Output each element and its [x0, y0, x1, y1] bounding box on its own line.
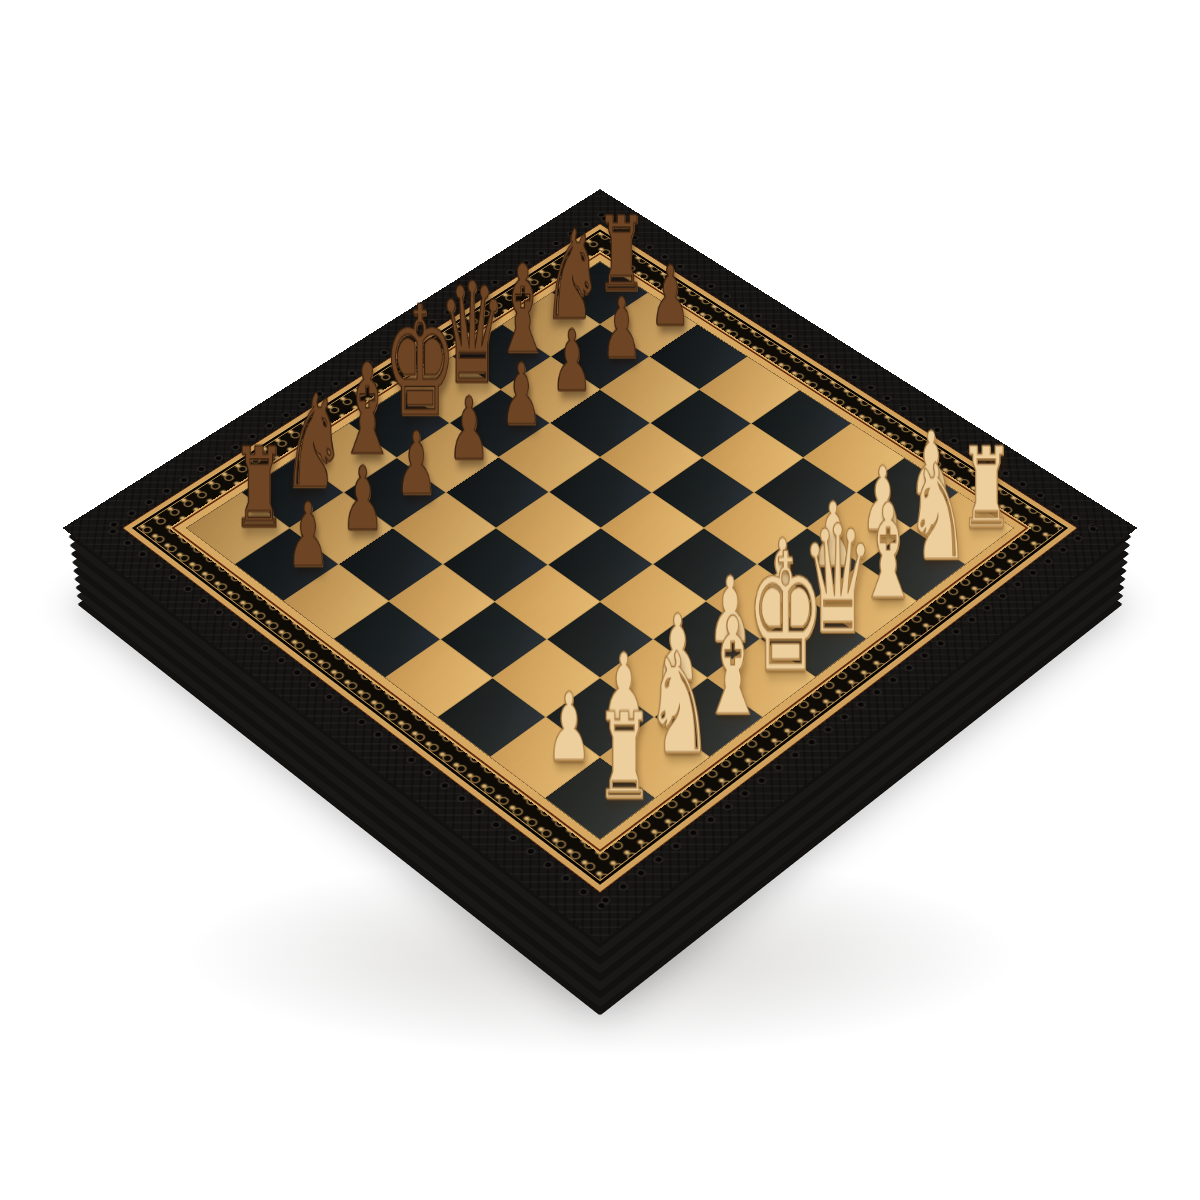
black-pawn-d7[interactable]: ♟	[449, 386, 491, 473]
black-pawn-h7[interactable]: ♟	[651, 255, 691, 338]
white-knight-b1[interactable]: ♞	[646, 635, 713, 774]
board-box: ♜♞♝♚♛♝♞♜♟♟♟♟♟♟♟♟♟♟♟♟♟♟♟♟♜♞♝♚♛♝♞♜	[63, 189, 1138, 943]
outer-tan-line: ♜♞♝♚♛♝♞♜♟♟♟♟♟♟♟♟♟♟♟♟♟♟♟♟♜♞♝♚♛♝♞♜	[122, 224, 1078, 894]
chess-set-photo: ♜♞♝♚♛♝♞♜♟♟♟♟♟♟♟♟♟♟♟♟♟♟♟♟♜♞♝♚♛♝♞♜	[0, 0, 1200, 1200]
square-h5[interactable]	[700, 357, 798, 423]
square-f5[interactable]	[601, 424, 701, 492]
square-a8[interactable]: ♜	[187, 493, 289, 564]
black-rook-a8[interactable]: ♜	[233, 433, 286, 544]
black-pawn-f7[interactable]: ♟	[552, 319, 593, 404]
white-rook-a1[interactable]: ♜	[596, 697, 653, 816]
gold-filigree-band: ♜♞♝♚♛♝♞♜♟♟♟♟♟♟♟♟♟♟♟♟♟♟♟♟♜♞♝♚♛♝♞♜	[129, 228, 1071, 888]
black-pawn-b7[interactable]: ♟	[342, 455, 384, 543]
carved-rim: ♜♞♝♚♛♝♞♜♟♟♟♟♟♟♟♟♟♟♟♟♟♟♟♟♜♞♝♚♛♝♞♜	[63, 189, 1138, 943]
board-top-face: ♜♞♝♚♛♝♞♜♟♟♟♟♟♟♟♟♟♟♟♟♟♟♟♟♜♞♝♚♛♝♞♜	[63, 189, 1138, 943]
scene: ♜♞♝♚♛♝♞♜♟♟♟♟♟♟♟♟♟♟♟♟♟♟♟♟♜♞♝♚♛♝♞♜	[0, 0, 1200, 1200]
black-pawn-c7[interactable]: ♟	[396, 420, 438, 508]
black-pawn-a7[interactable]: ♟	[287, 491, 330, 580]
black-pawn-e7[interactable]: ♟	[501, 352, 542, 438]
black-pawn-g7[interactable]: ♟	[601, 287, 641, 371]
white-pawn-a2[interactable]: ♟	[546, 681, 591, 775]
